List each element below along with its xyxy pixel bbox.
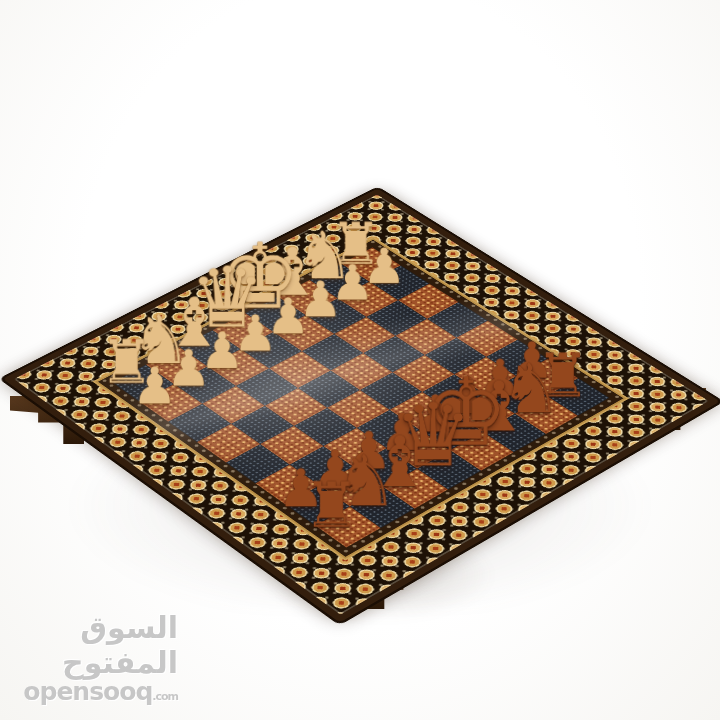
- watermark-tld: .com: [152, 690, 178, 703]
- watermark-arabic-text: السوق المفتوح: [18, 610, 178, 680]
- watermark-latin-text: opensooq.com: [18, 677, 178, 706]
- product-photo: ♜♟♟♜♞♟♟♞♝♟♟♝♚♟♟♚♛♟♟♛♝♟♟♝♞♟♟♞♜♟♟♜ السوق ا…: [0, 0, 720, 720]
- opensooq-watermark: السوق المفتوح opensooq.com: [18, 610, 178, 706]
- watermark-brand: opensooq: [23, 677, 152, 706]
